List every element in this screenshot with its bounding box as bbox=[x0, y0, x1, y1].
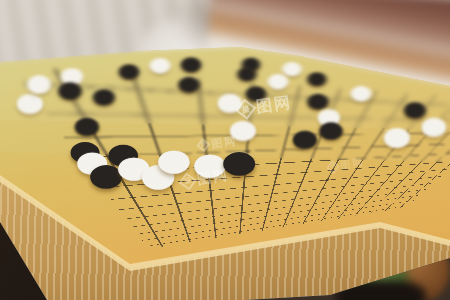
black-stone[interactable]: ● bbox=[221, 146, 258, 177]
white-stone[interactable]: ● bbox=[148, 54, 172, 74]
white-stone[interactable]: ● bbox=[382, 123, 412, 148]
black-stone[interactable]: ● bbox=[244, 82, 268, 102]
black-stone[interactable]: ● bbox=[306, 69, 328, 88]
black-stone[interactable]: ● bbox=[317, 117, 344, 140]
white-stone[interactable]: ● bbox=[156, 145, 192, 175]
white-stone[interactable]: ● bbox=[25, 71, 52, 94]
black-stone[interactable]: ● bbox=[117, 60, 141, 80]
black-stone[interactable]: ● bbox=[73, 113, 101, 137]
go-board-photo-scene: ●●●●●●●●●●●●●●●●●●●●●●●●●●●●●●●●●●● 摄图网摄… bbox=[0, 0, 450, 300]
black-stone[interactable]: ● bbox=[56, 77, 83, 100]
black-stone[interactable]: ● bbox=[291, 126, 319, 150]
white-stone[interactable]: ● bbox=[349, 82, 373, 102]
white-stone[interactable]: ● bbox=[420, 114, 448, 138]
white-stone[interactable]: ● bbox=[228, 116, 258, 141]
black-stone[interactable]: ● bbox=[177, 73, 201, 94]
white-stone[interactable]: ● bbox=[266, 70, 290, 90]
black-stone[interactable]: ● bbox=[91, 85, 116, 106]
white-stone[interactable]: ● bbox=[216, 90, 244, 114]
